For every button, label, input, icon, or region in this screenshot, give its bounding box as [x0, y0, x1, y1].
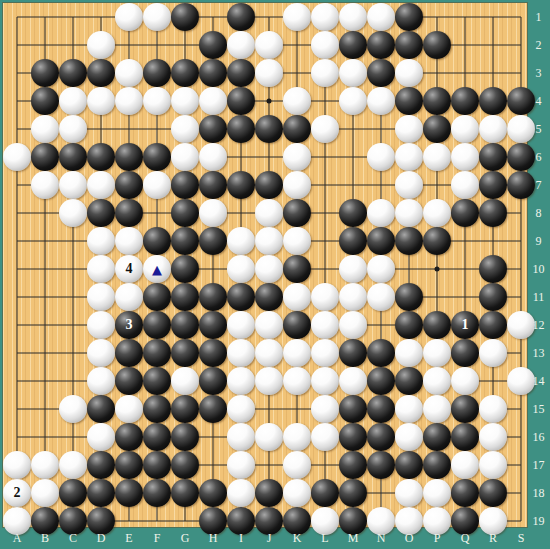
- intersection-E4[interactable]: [115, 87, 143, 115]
- intersection-Q10[interactable]: [451, 255, 479, 283]
- intersection-L1[interactable]: [311, 3, 339, 31]
- intersection-J18[interactable]: [255, 479, 283, 507]
- intersection-C4[interactable]: [59, 87, 87, 115]
- intersection-N15[interactable]: [367, 395, 395, 423]
- intersection-C14[interactable]: [59, 367, 87, 395]
- intersection-N4[interactable]: [367, 87, 395, 115]
- intersection-A7[interactable]: [3, 171, 31, 199]
- intersection-C16[interactable]: [59, 423, 87, 451]
- intersection-H18[interactable]: [199, 479, 227, 507]
- intersection-B12[interactable]: [31, 311, 59, 339]
- intersection-Q8[interactable]: [451, 199, 479, 227]
- intersection-H15[interactable]: [199, 395, 227, 423]
- intersection-C2[interactable]: [59, 31, 87, 59]
- intersection-D12[interactable]: [87, 311, 115, 339]
- intersection-I13[interactable]: [227, 339, 255, 367]
- intersection-J12[interactable]: [255, 311, 283, 339]
- intersection-O15[interactable]: [395, 395, 423, 423]
- intersection-K3[interactable]: [283, 59, 311, 87]
- intersection-A18[interactable]: 2: [3, 479, 31, 507]
- intersection-P2[interactable]: [423, 31, 451, 59]
- intersection-E9[interactable]: [115, 227, 143, 255]
- intersection-O3[interactable]: [395, 59, 423, 87]
- intersection-G2[interactable]: [171, 31, 199, 59]
- intersection-D18[interactable]: [87, 479, 115, 507]
- intersection-M4[interactable]: [339, 87, 367, 115]
- intersection-I9[interactable]: [227, 227, 255, 255]
- intersection-C3[interactable]: [59, 59, 87, 87]
- intersection-A17[interactable]: [3, 451, 31, 479]
- intersection-L8[interactable]: [311, 199, 339, 227]
- intersection-K18[interactable]: [283, 479, 311, 507]
- intersection-P16[interactable]: [423, 423, 451, 451]
- intersection-D6[interactable]: [87, 143, 115, 171]
- intersection-A8[interactable]: [3, 199, 31, 227]
- intersection-B2[interactable]: [31, 31, 59, 59]
- intersection-Q17[interactable]: [451, 451, 479, 479]
- intersection-M7[interactable]: [339, 171, 367, 199]
- intersection-R11[interactable]: [479, 283, 507, 311]
- intersection-M5[interactable]: [339, 115, 367, 143]
- intersection-H8[interactable]: [199, 199, 227, 227]
- intersection-O11[interactable]: [395, 283, 423, 311]
- intersection-M9[interactable]: [339, 227, 367, 255]
- intersection-H9[interactable]: [199, 227, 227, 255]
- intersection-C11[interactable]: [59, 283, 87, 311]
- intersection-F2[interactable]: [143, 31, 171, 59]
- intersection-N9[interactable]: [367, 227, 395, 255]
- intersection-Q11[interactable]: [451, 283, 479, 311]
- intersection-F15[interactable]: [143, 395, 171, 423]
- intersection-O4[interactable]: [395, 87, 423, 115]
- intersection-F4[interactable]: [143, 87, 171, 115]
- intersection-I15[interactable]: [227, 395, 255, 423]
- intersection-J14[interactable]: [255, 367, 283, 395]
- intersection-G10[interactable]: [171, 255, 199, 283]
- intersection-C9[interactable]: [59, 227, 87, 255]
- intersection-E13[interactable]: [115, 339, 143, 367]
- intersection-I12[interactable]: [227, 311, 255, 339]
- intersection-F16[interactable]: [143, 423, 171, 451]
- intersection-D11[interactable]: [87, 283, 115, 311]
- intersection-N18[interactable]: [367, 479, 395, 507]
- intersection-E6[interactable]: [115, 143, 143, 171]
- intersection-J9[interactable]: [255, 227, 283, 255]
- intersection-O16[interactable]: [395, 423, 423, 451]
- intersection-K11[interactable]: [283, 283, 311, 311]
- intersection-A11[interactable]: [3, 283, 31, 311]
- intersection-N16[interactable]: [367, 423, 395, 451]
- intersection-B1[interactable]: [31, 3, 59, 31]
- intersection-R10[interactable]: [479, 255, 507, 283]
- intersection-E5[interactable]: [115, 115, 143, 143]
- intersection-I8[interactable]: [227, 199, 255, 227]
- intersection-P17[interactable]: [423, 451, 451, 479]
- intersection-A6[interactable]: [3, 143, 31, 171]
- intersection-L12[interactable]: [311, 311, 339, 339]
- intersection-A4[interactable]: [3, 87, 31, 115]
- intersection-H14[interactable]: [199, 367, 227, 395]
- intersection-I5[interactable]: [227, 115, 255, 143]
- intersection-L5[interactable]: [311, 115, 339, 143]
- intersection-M1[interactable]: [339, 3, 367, 31]
- intersection-B18[interactable]: [31, 479, 59, 507]
- intersection-G11[interactable]: [171, 283, 199, 311]
- intersection-R13[interactable]: [479, 339, 507, 367]
- intersection-P8[interactable]: [423, 199, 451, 227]
- intersection-F6[interactable]: [143, 143, 171, 171]
- intersection-P15[interactable]: [423, 395, 451, 423]
- intersection-O10[interactable]: [395, 255, 423, 283]
- intersection-Q13[interactable]: [451, 339, 479, 367]
- intersection-E10[interactable]: 4: [115, 255, 143, 283]
- intersection-B11[interactable]: [31, 283, 59, 311]
- intersection-J8[interactable]: [255, 199, 283, 227]
- intersection-P3[interactable]: [423, 59, 451, 87]
- intersection-D5[interactable]: [87, 115, 115, 143]
- intersection-A2[interactable]: [3, 31, 31, 59]
- intersection-C17[interactable]: [59, 451, 87, 479]
- intersection-F13[interactable]: [143, 339, 171, 367]
- intersection-B5[interactable]: [31, 115, 59, 143]
- intersection-A13[interactable]: [3, 339, 31, 367]
- intersection-L7[interactable]: [311, 171, 339, 199]
- intersection-J7[interactable]: [255, 171, 283, 199]
- intersection-D1[interactable]: [87, 3, 115, 31]
- intersection-P14[interactable]: [423, 367, 451, 395]
- intersection-R1[interactable]: [479, 3, 507, 31]
- intersection-I14[interactable]: [227, 367, 255, 395]
- intersection-G9[interactable]: [171, 227, 199, 255]
- intersection-N14[interactable]: [367, 367, 395, 395]
- intersection-C13[interactable]: [59, 339, 87, 367]
- intersection-E1[interactable]: [115, 3, 143, 31]
- intersection-Q1[interactable]: [451, 3, 479, 31]
- intersection-Q9[interactable]: [451, 227, 479, 255]
- intersection-O9[interactable]: [395, 227, 423, 255]
- intersection-E16[interactable]: [115, 423, 143, 451]
- intersection-C10[interactable]: [59, 255, 87, 283]
- intersection-R5[interactable]: [479, 115, 507, 143]
- intersection-O2[interactable]: [395, 31, 423, 59]
- intersection-I3[interactable]: [227, 59, 255, 87]
- intersection-G6[interactable]: [171, 143, 199, 171]
- intersection-G3[interactable]: [171, 59, 199, 87]
- intersection-Q12[interactable]: 1: [451, 311, 479, 339]
- intersection-J10[interactable]: [255, 255, 283, 283]
- intersection-A9[interactable]: [3, 227, 31, 255]
- intersection-H13[interactable]: [199, 339, 227, 367]
- intersection-C5[interactable]: [59, 115, 87, 143]
- intersection-J6[interactable]: [255, 143, 283, 171]
- intersection-F1[interactable]: [143, 3, 171, 31]
- intersection-H7[interactable]: [199, 171, 227, 199]
- intersection-H11[interactable]: [199, 283, 227, 311]
- intersection-Q5[interactable]: [451, 115, 479, 143]
- intersection-D8[interactable]: [87, 199, 115, 227]
- intersection-L2[interactable]: [311, 31, 339, 59]
- intersection-L11[interactable]: [311, 283, 339, 311]
- intersection-J17[interactable]: [255, 451, 283, 479]
- intersection-M8[interactable]: [339, 199, 367, 227]
- intersection-D15[interactable]: [87, 395, 115, 423]
- intersection-E18[interactable]: [115, 479, 143, 507]
- intersection-F8[interactable]: [143, 199, 171, 227]
- intersection-K9[interactable]: [283, 227, 311, 255]
- intersection-G16[interactable]: [171, 423, 199, 451]
- intersection-M17[interactable]: [339, 451, 367, 479]
- intersection-N2[interactable]: [367, 31, 395, 59]
- intersection-Q4[interactable]: [451, 87, 479, 115]
- intersection-F14[interactable]: [143, 367, 171, 395]
- intersection-J2[interactable]: [255, 31, 283, 59]
- intersection-E12[interactable]: 3: [115, 311, 143, 339]
- intersection-B8[interactable]: [31, 199, 59, 227]
- intersection-H17[interactable]: [199, 451, 227, 479]
- intersection-A3[interactable]: [3, 59, 31, 87]
- intersection-H2[interactable]: [199, 31, 227, 59]
- intersection-O8[interactable]: [395, 199, 423, 227]
- intersection-H10[interactable]: [199, 255, 227, 283]
- intersection-N13[interactable]: [367, 339, 395, 367]
- intersection-O14[interactable]: [395, 367, 423, 395]
- intersection-R6[interactable]: [479, 143, 507, 171]
- intersection-K1[interactable]: [283, 3, 311, 31]
- intersection-L13[interactable]: [311, 339, 339, 367]
- intersection-F11[interactable]: [143, 283, 171, 311]
- intersection-P11[interactable]: [423, 283, 451, 311]
- intersection-G4[interactable]: [171, 87, 199, 115]
- intersection-Q16[interactable]: [451, 423, 479, 451]
- intersection-G5[interactable]: [171, 115, 199, 143]
- intersection-I7[interactable]: [227, 171, 255, 199]
- intersection-P7[interactable]: [423, 171, 451, 199]
- intersection-R12[interactable]: [479, 311, 507, 339]
- intersection-O1[interactable]: [395, 3, 423, 31]
- intersection-K8[interactable]: [283, 199, 311, 227]
- intersection-K5[interactable]: [283, 115, 311, 143]
- intersection-H1[interactable]: [199, 3, 227, 31]
- intersection-R17[interactable]: [479, 451, 507, 479]
- intersection-N1[interactable]: [367, 3, 395, 31]
- intersection-D2[interactable]: [87, 31, 115, 59]
- intersection-N11[interactable]: [367, 283, 395, 311]
- intersection-Q14[interactable]: [451, 367, 479, 395]
- intersection-N5[interactable]: [367, 115, 395, 143]
- intersection-B17[interactable]: [31, 451, 59, 479]
- intersection-G17[interactable]: [171, 451, 199, 479]
- intersection-J13[interactable]: [255, 339, 283, 367]
- intersection-C1[interactable]: [59, 3, 87, 31]
- intersection-L17[interactable]: [311, 451, 339, 479]
- intersection-I10[interactable]: [227, 255, 255, 283]
- intersection-I4[interactable]: [227, 87, 255, 115]
- intersection-L18[interactable]: [311, 479, 339, 507]
- intersection-M13[interactable]: [339, 339, 367, 367]
- intersection-B16[interactable]: [31, 423, 59, 451]
- intersection-N8[interactable]: [367, 199, 395, 227]
- intersection-L6[interactable]: [311, 143, 339, 171]
- intersection-D13[interactable]: [87, 339, 115, 367]
- intersection-E3[interactable]: [115, 59, 143, 87]
- intersection-N7[interactable]: [367, 171, 395, 199]
- intersection-C15[interactable]: [59, 395, 87, 423]
- intersection-M16[interactable]: [339, 423, 367, 451]
- intersection-I16[interactable]: [227, 423, 255, 451]
- intersection-N10[interactable]: [367, 255, 395, 283]
- intersection-R3[interactable]: [479, 59, 507, 87]
- intersection-P9[interactable]: [423, 227, 451, 255]
- intersection-K15[interactable]: [283, 395, 311, 423]
- intersection-M18[interactable]: [339, 479, 367, 507]
- intersection-A15[interactable]: [3, 395, 31, 423]
- intersection-O18[interactable]: [395, 479, 423, 507]
- intersection-G7[interactable]: [171, 171, 199, 199]
- intersection-H12[interactable]: [199, 311, 227, 339]
- intersection-J3[interactable]: [255, 59, 283, 87]
- intersection-D7[interactable]: [87, 171, 115, 199]
- intersection-F12[interactable]: [143, 311, 171, 339]
- intersection-J5[interactable]: [255, 115, 283, 143]
- intersection-Q7[interactable]: [451, 171, 479, 199]
- intersection-I1[interactable]: [227, 3, 255, 31]
- intersection-A14[interactable]: [3, 367, 31, 395]
- intersection-A5[interactable]: [3, 115, 31, 143]
- intersection-E7[interactable]: [115, 171, 143, 199]
- intersection-F18[interactable]: [143, 479, 171, 507]
- intersection-A12[interactable]: [3, 311, 31, 339]
- intersection-D17[interactable]: [87, 451, 115, 479]
- intersection-R2[interactable]: [479, 31, 507, 59]
- intersection-J15[interactable]: [255, 395, 283, 423]
- intersection-L3[interactable]: [311, 59, 339, 87]
- intersection-G14[interactable]: [171, 367, 199, 395]
- intersection-F10[interactable]: ▲: [143, 255, 171, 283]
- intersection-H5[interactable]: [199, 115, 227, 143]
- intersection-Q15[interactable]: [451, 395, 479, 423]
- intersection-Q18[interactable]: [451, 479, 479, 507]
- intersection-B6[interactable]: [31, 143, 59, 171]
- intersection-J4[interactable]: [255, 87, 283, 115]
- intersection-D3[interactable]: [87, 59, 115, 87]
- intersection-B13[interactable]: [31, 339, 59, 367]
- intersection-M2[interactable]: [339, 31, 367, 59]
- intersection-D16[interactable]: [87, 423, 115, 451]
- intersection-P10[interactable]: [423, 255, 451, 283]
- intersection-B14[interactable]: [31, 367, 59, 395]
- intersection-J1[interactable]: [255, 3, 283, 31]
- intersection-P18[interactable]: [423, 479, 451, 507]
- intersection-A1[interactable]: [3, 3, 31, 31]
- intersection-G15[interactable]: [171, 395, 199, 423]
- intersection-R8[interactable]: [479, 199, 507, 227]
- intersection-C12[interactable]: [59, 311, 87, 339]
- intersection-B3[interactable]: [31, 59, 59, 87]
- intersection-I18[interactable]: [227, 479, 255, 507]
- intersection-E15[interactable]: [115, 395, 143, 423]
- intersection-L9[interactable]: [311, 227, 339, 255]
- intersection-D10[interactable]: [87, 255, 115, 283]
- intersection-B9[interactable]: [31, 227, 59, 255]
- intersection-M6[interactable]: [339, 143, 367, 171]
- intersection-E2[interactable]: [115, 31, 143, 59]
- intersection-E14[interactable]: [115, 367, 143, 395]
- intersection-G1[interactable]: [171, 3, 199, 31]
- intersection-E11[interactable]: [115, 283, 143, 311]
- intersection-B10[interactable]: [31, 255, 59, 283]
- intersection-H3[interactable]: [199, 59, 227, 87]
- intersection-C6[interactable]: [59, 143, 87, 171]
- intersection-K7[interactable]: [283, 171, 311, 199]
- intersection-H16[interactable]: [199, 423, 227, 451]
- intersection-A16[interactable]: [3, 423, 31, 451]
- intersection-M14[interactable]: [339, 367, 367, 395]
- intersection-L4[interactable]: [311, 87, 339, 115]
- intersection-M10[interactable]: [339, 255, 367, 283]
- intersection-N12[interactable]: [367, 311, 395, 339]
- intersection-Q2[interactable]: [451, 31, 479, 59]
- intersection-P1[interactable]: [423, 3, 451, 31]
- intersection-L14[interactable]: [311, 367, 339, 395]
- intersection-L15[interactable]: [311, 395, 339, 423]
- intersection-Q6[interactable]: [451, 143, 479, 171]
- intersection-K6[interactable]: [283, 143, 311, 171]
- intersection-C7[interactable]: [59, 171, 87, 199]
- intersection-P12[interactable]: [423, 311, 451, 339]
- intersection-G12[interactable]: [171, 311, 199, 339]
- intersection-A10[interactable]: [3, 255, 31, 283]
- intersection-F17[interactable]: [143, 451, 171, 479]
- intersection-G13[interactable]: [171, 339, 199, 367]
- intersection-M11[interactable]: [339, 283, 367, 311]
- intersection-J16[interactable]: [255, 423, 283, 451]
- intersection-N17[interactable]: [367, 451, 395, 479]
- intersection-O5[interactable]: [395, 115, 423, 143]
- intersection-M3[interactable]: [339, 59, 367, 87]
- intersection-I11[interactable]: [227, 283, 255, 311]
- intersection-P5[interactable]: [423, 115, 451, 143]
- intersection-F5[interactable]: [143, 115, 171, 143]
- intersection-I2[interactable]: [227, 31, 255, 59]
- intersection-H6[interactable]: [199, 143, 227, 171]
- intersection-D9[interactable]: [87, 227, 115, 255]
- intersection-M12[interactable]: [339, 311, 367, 339]
- intersection-K4[interactable]: [283, 87, 311, 115]
- intersection-R18[interactable]: [479, 479, 507, 507]
- intersection-F7[interactable]: [143, 171, 171, 199]
- intersection-O6[interactable]: [395, 143, 423, 171]
- intersection-M15[interactable]: [339, 395, 367, 423]
- intersection-D14[interactable]: [87, 367, 115, 395]
- intersection-B4[interactable]: [31, 87, 59, 115]
- intersection-O7[interactable]: [395, 171, 423, 199]
- intersection-K16[interactable]: [283, 423, 311, 451]
- intersection-K13[interactable]: [283, 339, 311, 367]
- intersection-I17[interactable]: [227, 451, 255, 479]
- intersection-Q3[interactable]: [451, 59, 479, 87]
- intersection-B15[interactable]: [31, 395, 59, 423]
- intersection-P6[interactable]: [423, 143, 451, 171]
- intersection-K14[interactable]: [283, 367, 311, 395]
- intersection-R9[interactable]: [479, 227, 507, 255]
- intersection-H4[interactable]: [199, 87, 227, 115]
- intersection-L16[interactable]: [311, 423, 339, 451]
- intersection-E17[interactable]: [115, 451, 143, 479]
- intersection-J11[interactable]: [255, 283, 283, 311]
- intersection-N6[interactable]: [367, 143, 395, 171]
- intersection-R14[interactable]: [479, 367, 507, 395]
- intersection-B7[interactable]: [31, 171, 59, 199]
